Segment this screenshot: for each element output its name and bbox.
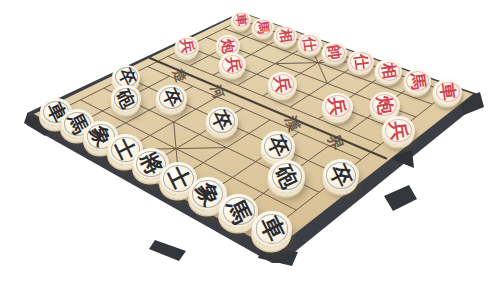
- piece-red-cannon[interactable]: 炮: [370, 92, 400, 119]
- xiangqi-board: 楚河漢界: [0, 0, 500, 304]
- piece-red-chariot[interactable]: 車: [433, 79, 462, 105]
- piece-black-chariot[interactable]: 車: [252, 211, 292, 246]
- piece-character: 仕: [302, 36, 318, 52]
- piece-character: 車: [256, 213, 288, 245]
- piece-red-soldier[interactable]: 兵: [219, 53, 245, 76]
- piece-character: 炮: [220, 38, 236, 54]
- piece-character: 卒: [264, 133, 291, 160]
- piece-red-soldier[interactable]: 兵: [268, 72, 297, 97]
- piece-black-cannon[interactable]: 砲: [268, 160, 305, 192]
- piece-character: 砲: [272, 162, 301, 191]
- board-foot: [384, 185, 417, 211]
- piece-character: 砲: [114, 87, 138, 111]
- piece-character: 馬: [223, 196, 254, 227]
- piece-character: 馬: [408, 72, 427, 91]
- piece-character: 車: [438, 82, 457, 101]
- piece-red-horse[interactable]: 馬: [252, 18, 274, 37]
- board-foot: [149, 240, 186, 261]
- piece-red-soldier[interactable]: 兵: [382, 116, 415, 145]
- piece-character: 仕: [352, 53, 369, 70]
- piece-character: 卒: [209, 108, 234, 133]
- piece-red-elephant[interactable]: 相: [274, 26, 297, 46]
- piece-character: 兵: [179, 39, 195, 55]
- piece-character: 兵: [327, 96, 347, 116]
- piece-character: 卒: [326, 161, 355, 190]
- piece-character: 象: [193, 179, 223, 209]
- xiangqi-set-photo: 楚河漢界 車馬相仕炮兵帥仕兵相卒馬兵車卒砲炮兵車卒馬兵象卒士將卒砲士象馬車: [0, 0, 500, 304]
- piece-black-soldier[interactable]: 卒: [156, 85, 186, 112]
- piece-red-elephant[interactable]: 相: [375, 59, 402, 83]
- piece-character: 兵: [273, 75, 292, 94]
- piece-black-cannon[interactable]: 砲: [111, 85, 141, 112]
- piece-black-soldier[interactable]: 卒: [206, 107, 238, 135]
- piece-red-soldier[interactable]: 兵: [322, 93, 353, 120]
- piece-character: 兵: [388, 120, 410, 142]
- piece-character: 兵: [224, 56, 242, 74]
- piece-character: 馬: [256, 20, 270, 34]
- piece-character: 炮: [375, 95, 395, 115]
- piece-character: 帥: [326, 44, 342, 60]
- piece-character: 相: [278, 28, 293, 43]
- piece-red-advisor[interactable]: 仕: [298, 33, 322, 54]
- piece-character: 車: [234, 13, 248, 27]
- piece-black-soldier[interactable]: 卒: [261, 131, 295, 161]
- piece-character: 卒: [160, 86, 184, 110]
- piece-character: 相: [380, 62, 398, 80]
- piece-red-advisor[interactable]: 仕: [348, 50, 374, 73]
- piece-red-horse[interactable]: 馬: [404, 69, 432, 94]
